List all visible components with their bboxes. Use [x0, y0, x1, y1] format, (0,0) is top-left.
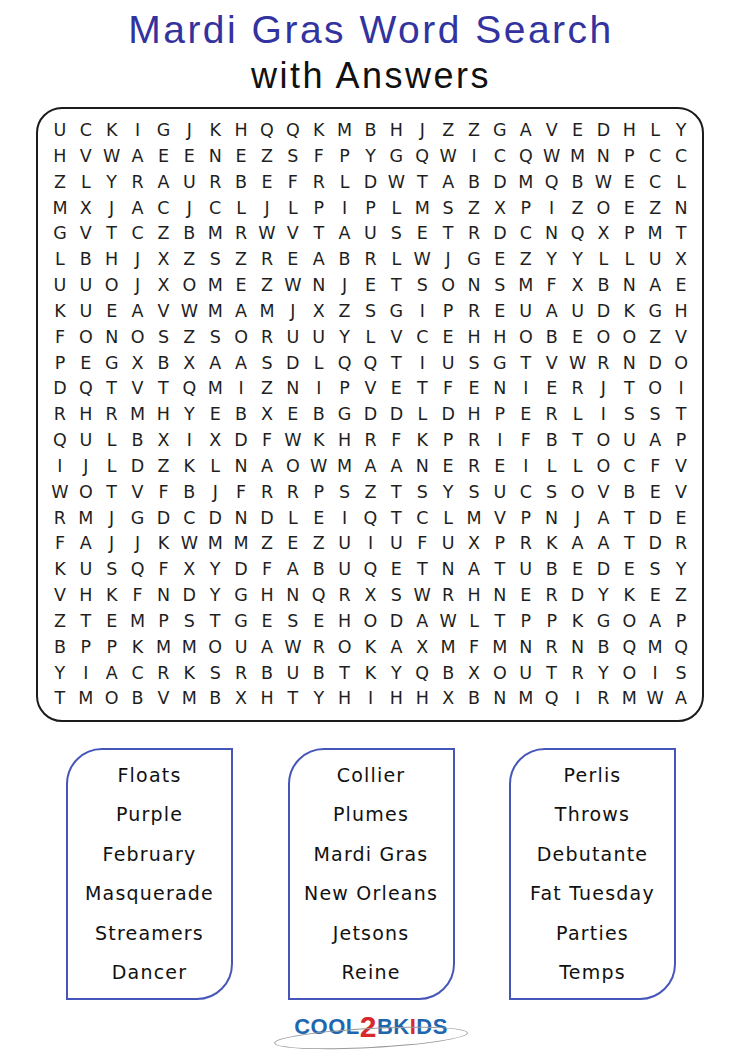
grid-cell-r16-c13: Q — [358, 505, 384, 531]
grid-cell-r1-c11: K — [306, 118, 332, 144]
grid-cell-r19-c17: H — [461, 583, 487, 609]
grid-cell-r7-c13: E — [358, 273, 384, 299]
grid-cell-r10-c24: D — [642, 350, 668, 376]
grid-cell-r20-c15: A — [409, 609, 435, 635]
grid-cell-r22-c21: R — [565, 660, 591, 686]
grid-cell-r22-c2: I — [73, 660, 99, 686]
grid-cell-r9-c1: F — [47, 325, 73, 351]
grid-cell-r20-c11: E — [306, 609, 332, 635]
grid-cell-r13-c13: R — [358, 428, 384, 454]
grid-cell-r17-c6: W — [176, 531, 202, 557]
grid-cell-r7-c19: M — [513, 273, 539, 299]
grid-cell-r23-c15: H — [409, 686, 435, 712]
grid-cell-r2-c18: C — [487, 144, 513, 170]
grid-cell-r13-c16: P — [435, 428, 461, 454]
word-list-1: FloatsPurpleFebruaryMasqueradeStreamersD… — [66, 748, 233, 1000]
grid-cell-r8-c16: P — [435, 299, 461, 325]
grid-cell-r19-c21: D — [565, 583, 591, 609]
worksheet-page: Mardi Gras Word Search with Answers UCKI… — [0, 0, 742, 1050]
grid-cell-r11-c11: I — [306, 376, 332, 402]
grid-cell-r23-c14: H — [383, 686, 409, 712]
grid-cell-r2-c4: A — [125, 144, 151, 170]
grid-cell-r12-c18: P — [487, 402, 513, 428]
grid-cell-r15-c11: P — [306, 480, 332, 506]
grid-cell-r19-c16: R — [435, 583, 461, 609]
grid-cell-r9-c18: H — [487, 325, 513, 351]
grid-cell-r17-c17: X — [461, 531, 487, 557]
grid-cell-r10-c5: B — [151, 350, 177, 376]
grid-cell-r4-c14: L — [383, 195, 409, 221]
grid-cell-r14-c8: N — [228, 454, 254, 480]
grid-cell-r13-c6: I — [176, 428, 202, 454]
grid-cell-r22-c14: Y — [383, 660, 409, 686]
grid-cell-r17-c10: E — [280, 531, 306, 557]
grid-cell-r4-c9: J — [254, 195, 280, 221]
grid-cell-r22-c23: O — [616, 660, 642, 686]
grid-cell-r2-c2: V — [73, 144, 99, 170]
grid-cell-r23-c1: T — [47, 686, 73, 712]
grid-cell-r3-c16: A — [435, 170, 461, 196]
grid-cell-r6-c12: B — [332, 247, 358, 273]
grid-cell-r16-c24: D — [642, 505, 668, 531]
grid-cell-r1-c5: G — [151, 118, 177, 144]
grid-cell-r21-c13: K — [358, 635, 384, 661]
word-item: Streamers — [70, 922, 229, 944]
word-item: Collier — [292, 764, 451, 786]
grid-cell-r13-c7: X — [202, 428, 228, 454]
grid-cell-r7-c12: J — [332, 273, 358, 299]
grid-cell-r18-c21: E — [565, 557, 591, 583]
grid-cell-r10-c6: X — [176, 350, 202, 376]
grid-cell-r16-c3: J — [99, 505, 125, 531]
grid-cell-r20-c14: D — [383, 609, 409, 635]
grid-cell-r13-c9: F — [254, 428, 280, 454]
grid-cell-r3-c4: R — [125, 170, 151, 196]
grid-cell-r7-c22: B — [590, 273, 616, 299]
grid-cell-r10-c3: G — [99, 350, 125, 376]
grid-cell-r21-c24: M — [642, 635, 668, 661]
grid-cell-r5-c24: M — [642, 221, 668, 247]
grid-cell-r6-c7: S — [202, 247, 228, 273]
grid-cell-r14-c20: L — [539, 454, 565, 480]
grid-cell-r15-c21: O — [565, 480, 591, 506]
grid-cell-r17-c23: T — [616, 531, 642, 557]
grid-cell-r18-c12: U — [332, 557, 358, 583]
grid-cell-r21-c16: M — [435, 635, 461, 661]
page-title: Mardi Gras Word Search — [0, 8, 742, 52]
grid-cell-r3-c5: A — [151, 170, 177, 196]
grid-cell-r6-c24: U — [642, 247, 668, 273]
grid-cell-r1-c20: V — [539, 118, 565, 144]
grid-cell-r18-c1: K — [47, 557, 73, 583]
grid-cell-r13-c18: I — [487, 428, 513, 454]
grid-cell-r5-c13: U — [358, 221, 384, 247]
grid-cell-r22-c9: B — [254, 660, 280, 686]
grid-cell-r12-c11: B — [306, 402, 332, 428]
grid-cell-r1-c3: K — [99, 118, 125, 144]
grid-cell-r2-c19: Q — [513, 144, 539, 170]
grid-cell-r16-c8: N — [228, 505, 254, 531]
grid-cell-r8-c15: I — [409, 299, 435, 325]
grid-cell-r14-c9: A — [254, 454, 280, 480]
grid-cell-r12-c10: E — [280, 402, 306, 428]
grid-cell-r23-c18: N — [487, 686, 513, 712]
grid-cell-r1-c22: D — [590, 118, 616, 144]
grid-cell-r11-c25: I — [668, 376, 694, 402]
grid-cell-r17-c4: J — [125, 531, 151, 557]
grid-cell-r22-c22: Y — [590, 660, 616, 686]
grid-cell-r12-c21: L — [565, 402, 591, 428]
grid-cell-r18-c11: B — [306, 557, 332, 583]
grid-cell-r15-c23: B — [616, 480, 642, 506]
grid-cell-r21-c17: F — [461, 635, 487, 661]
grid-cell-r5-c21: Q — [565, 221, 591, 247]
grid-cell-r10-c23: N — [616, 350, 642, 376]
grid-cell-r5-c23: P — [616, 221, 642, 247]
grid-cell-r11-c13: V — [358, 376, 384, 402]
grid-cell-r13-c5: X — [151, 428, 177, 454]
grid-cell-r16-c6: C — [176, 505, 202, 531]
grid-cell-r20-c1: Z — [47, 609, 73, 635]
grid-cell-r21-c15: X — [409, 635, 435, 661]
word-item: Plumes — [292, 803, 451, 825]
grid-cell-r6-c11: A — [306, 247, 332, 273]
word-item: Dancer — [70, 961, 229, 983]
grid-cell-r20-c7: T — [202, 609, 228, 635]
grid-cell-r22-c13: K — [358, 660, 384, 686]
grid-cell-r3-c8: B — [228, 170, 254, 196]
grid-cell-r20-c12: H — [332, 609, 358, 635]
grid-cell-r12-c25: T — [668, 402, 694, 428]
grid-cell-r23-c19: M — [513, 686, 539, 712]
grid-cell-r10-c20: V — [539, 350, 565, 376]
grid-cell-r23-c12: H — [332, 686, 358, 712]
grid-cell-r18-c13: Q — [358, 557, 384, 583]
grid-cell-r7-c8: E — [228, 273, 254, 299]
grid-cell-r1-c12: M — [332, 118, 358, 144]
grid-cell-r9-c10: U — [280, 325, 306, 351]
grid-cell-r6-c23: L — [616, 247, 642, 273]
grid-cell-r12-c3: R — [99, 402, 125, 428]
grid-cell-r6-c25: X — [668, 247, 694, 273]
grid-cell-r18-c8: D — [228, 557, 254, 583]
grid-cell-r6-c2: B — [73, 247, 99, 273]
grid-cell-r7-c24: A — [642, 273, 668, 299]
grid-cell-r15-c16: Y — [435, 480, 461, 506]
grid-cell-r15-c20: S — [539, 480, 565, 506]
grid-cell-r6-c19: Z — [513, 247, 539, 273]
grid-cell-r20-c20: P — [539, 609, 565, 635]
grid-cell-r1-c4: I — [125, 118, 151, 144]
grid-cell-r22-c4: C — [125, 660, 151, 686]
grid-cell-r19-c19: E — [513, 583, 539, 609]
grid-cell-r13-c3: L — [99, 428, 125, 454]
grid-cell-r4-c11: P — [306, 195, 332, 221]
grid-cell-r18-c22: D — [590, 557, 616, 583]
grid-cell-r22-c17: X — [461, 660, 487, 686]
grid-cell-r18-c17: A — [461, 557, 487, 583]
grid-cell-r1-c19: A — [513, 118, 539, 144]
grid-cell-r23-c20: Q — [539, 686, 565, 712]
grid-cell-r7-c7: M — [202, 273, 228, 299]
grid-cell-r1-c9: Q — [254, 118, 280, 144]
grid-cell-r10-c21: W — [565, 350, 591, 376]
grid-cell-r15-c5: F — [151, 480, 177, 506]
grid-cell-r7-c9: Z — [254, 273, 280, 299]
grid-cell-r14-c25: V — [668, 454, 694, 480]
grid-cell-r1-c1: U — [47, 118, 73, 144]
grid-cell-r13-c20: B — [539, 428, 565, 454]
grid-cell-r19-c12: R — [332, 583, 358, 609]
grid-cell-r22-c1: Y — [47, 660, 73, 686]
grid-cell-r15-c22: V — [590, 480, 616, 506]
grid-cell-r23-c5: V — [151, 686, 177, 712]
grid-cell-r12-c17: H — [461, 402, 487, 428]
grid-cell-r14-c24: F — [642, 454, 668, 480]
grid-cell-r8-c11: X — [306, 299, 332, 325]
grid-cell-r5-c3: T — [99, 221, 125, 247]
grid-cell-r23-c8: X — [228, 686, 254, 712]
grid-cell-r6-c16: J — [435, 247, 461, 273]
grid-cell-r8-c1: K — [47, 299, 73, 325]
grid-cell-r10-c15: I — [409, 350, 435, 376]
grid-cell-r13-c17: R — [461, 428, 487, 454]
grid-cell-r15-c13: Z — [358, 480, 384, 506]
grid-cell-r10-c11: L — [306, 350, 332, 376]
grid-cell-r21-c20: R — [539, 635, 565, 661]
grid-cell-r17-c16: U — [435, 531, 461, 557]
grid-cell-r7-c25: E — [668, 273, 694, 299]
grid-cell-r10-c2: E — [73, 350, 99, 376]
grid-cell-r23-c9: H — [254, 686, 280, 712]
grid-cell-r3-c19: M — [513, 170, 539, 196]
grid-cell-r8-c2: U — [73, 299, 99, 325]
grid-cell-r15-c15: S — [409, 480, 435, 506]
grid-cell-r1-c14: H — [383, 118, 409, 144]
grid-cell-r11-c21: R — [565, 376, 591, 402]
grid-cell-r15-c7: J — [202, 480, 228, 506]
grid-cell-r10-c19: T — [513, 350, 539, 376]
grid-cell-r23-c11: Y — [306, 686, 332, 712]
grid-cell-r23-c22: R — [590, 686, 616, 712]
grid-cell-r3-c15: T — [409, 170, 435, 196]
grid-cell-r7-c2: U — [73, 273, 99, 299]
grid-cell-r16-c25: E — [668, 505, 694, 531]
grid-cell-r7-c5: X — [151, 273, 177, 299]
grid-cell-r18-c2: U — [73, 557, 99, 583]
grid-cell-r14-c18: E — [487, 454, 513, 480]
grid-cell-r16-c2: M — [73, 505, 99, 531]
grid-cell-r10-c14: T — [383, 350, 409, 376]
grid-cell-r11-c3: T — [99, 376, 125, 402]
grid-cell-r9-c25: V — [668, 325, 694, 351]
grid-cell-r18-c24: S — [642, 557, 668, 583]
grid-cell-r2-c17: I — [461, 144, 487, 170]
grid-cell-r11-c1: D — [47, 376, 73, 402]
grid-cell-r19-c10: N — [280, 583, 306, 609]
grid-cell-r21-c10: W — [280, 635, 306, 661]
grid-cell-r4-c2: X — [73, 195, 99, 221]
grid-cell-r3-c11: R — [306, 170, 332, 196]
grid-cell-r19-c15: W — [409, 583, 435, 609]
grid-cell-r1-c25: Y — [668, 118, 694, 144]
grid-cell-r9-c2: O — [73, 325, 99, 351]
grid-cell-r8-c25: H — [668, 299, 694, 325]
grid-cell-r18-c4: Q — [125, 557, 151, 583]
grid-cell-r3-c21: B — [565, 170, 591, 196]
grid-cell-r16-c22: A — [590, 505, 616, 531]
grid-cell-r21-c18: M — [487, 635, 513, 661]
grid-cell-r8-c21: U — [565, 299, 591, 325]
grid-cell-r20-c25: P — [668, 609, 694, 635]
grid-cell-r19-c9: H — [254, 583, 280, 609]
word-item: Purple — [70, 803, 229, 825]
grid-cell-r21-c21: N — [565, 635, 591, 661]
grid-cell-r17-c2: A — [73, 531, 99, 557]
grid-cell-r8-c3: E — [99, 299, 125, 325]
grid-cell-r5-c12: A — [332, 221, 358, 247]
grid-cell-r10-c1: P — [47, 350, 73, 376]
grid-cell-r19-c11: Q — [306, 583, 332, 609]
grid-cell-r4-c13: P — [358, 195, 384, 221]
grid-cell-r17-c21: A — [565, 531, 591, 557]
grid-cell-r17-c13: I — [358, 531, 384, 557]
grid-cell-r13-c4: B — [125, 428, 151, 454]
grid-cell-r9-c9: R — [254, 325, 280, 351]
grid-cell-r19-c1: V — [47, 583, 73, 609]
word-item: Parties — [513, 922, 672, 944]
grid-cell-r22-c5: R — [151, 660, 177, 686]
word-item: Reine — [292, 961, 451, 983]
grid-cell-r4-c1: M — [47, 195, 73, 221]
grid-cell-r16-c14: T — [383, 505, 409, 531]
grid-cell-r16-c11: E — [306, 505, 332, 531]
grid-cell-r20-c17: L — [461, 609, 487, 635]
grid-cell-r18-c20: B — [539, 557, 565, 583]
grid-cell-r21-c1: B — [47, 635, 73, 661]
grid-cell-r14-c21: L — [565, 454, 591, 480]
grid-cell-r21-c4: K — [125, 635, 151, 661]
grid-cell-r23-c13: I — [358, 686, 384, 712]
grid-cell-r2-c16: W — [435, 144, 461, 170]
grid-cell-r11-c24: O — [642, 376, 668, 402]
grid-cell-r5-c25: T — [668, 221, 694, 247]
grid-cell-r15-c17: S — [461, 480, 487, 506]
grid-cell-r7-c6: O — [176, 273, 202, 299]
grid-cell-r12-c24: S — [642, 402, 668, 428]
grid-cell-r14-c17: R — [461, 454, 487, 480]
word-item: February — [70, 843, 229, 865]
grid-cell-r11-c9: Z — [254, 376, 280, 402]
grid-cell-r16-c21: J — [565, 505, 591, 531]
grid-cell-r22-c20: T — [539, 660, 565, 686]
grid-cell-r22-c18: O — [487, 660, 513, 686]
grid-cell-r6-c17: G — [461, 247, 487, 273]
grid-cell-r3-c18: D — [487, 170, 513, 196]
grid-cell-r2-c7: N — [202, 144, 228, 170]
grid-cell-r9-c5: S — [151, 325, 177, 351]
grid-cell-r4-c10: L — [280, 195, 306, 221]
grid-cell-r20-c6: S — [176, 609, 202, 635]
grid-cell-r14-c2: J — [73, 454, 99, 480]
grid-cell-r3-c7: R — [202, 170, 228, 196]
grid-cell-r21-c19: N — [513, 635, 539, 661]
grid-cell-r5-c19: C — [513, 221, 539, 247]
grid-cell-r17-c19: R — [513, 531, 539, 557]
grid-cell-r9-c17: H — [461, 325, 487, 351]
grid-cell-r11-c19: I — [513, 376, 539, 402]
grid-cell-r23-c21: I — [565, 686, 591, 712]
grid-cell-r15-c25: V — [668, 480, 694, 506]
grid-cell-r13-c2: U — [73, 428, 99, 454]
grid-cell-r19-c8: G — [228, 583, 254, 609]
grid-cell-r7-c4: J — [125, 273, 151, 299]
grid-cell-r10-c10: D — [280, 350, 306, 376]
grid-cell-r7-c3: O — [99, 273, 125, 299]
grid-cell-r16-c16: L — [435, 505, 461, 531]
grid-cell-r17-c3: J — [99, 531, 125, 557]
grid-cell-r4-c21: Z — [565, 195, 591, 221]
grid-cell-r9-c7: S — [202, 325, 228, 351]
grid-cell-r14-c3: L — [99, 454, 125, 480]
grid-cell-r7-c18: S — [487, 273, 513, 299]
grid-cell-r11-c17: E — [461, 376, 487, 402]
grid-cell-r20-c5: P — [151, 609, 177, 635]
grid-cell-r10-c9: S — [254, 350, 280, 376]
grid-cell-r1-c24: L — [642, 118, 668, 144]
grid-cell-r15-c4: V — [125, 480, 151, 506]
grid-cell-r12-c12: G — [332, 402, 358, 428]
grid-cell-r3-c2: L — [73, 170, 99, 196]
grid-cell-r14-c15: N — [409, 454, 435, 480]
grid-cell-r5-c20: N — [539, 221, 565, 247]
grid-cell-r6-c4: J — [125, 247, 151, 273]
grid-cell-r3-c20: Q — [539, 170, 565, 196]
grid-cell-r22-c6: K — [176, 660, 202, 686]
grid-cell-r10-c17: S — [461, 350, 487, 376]
grid-cell-r15-c19: C — [513, 480, 539, 506]
grid-cell-r9-c3: N — [99, 325, 125, 351]
grid-cell-r13-c22: O — [590, 428, 616, 454]
grid-cell-r20-c10: S — [280, 609, 306, 635]
grid-cell-r14-c13: A — [358, 454, 384, 480]
grid-cell-r16-c15: C — [409, 505, 435, 531]
grid-cell-r10-c16: U — [435, 350, 461, 376]
grid-cell-r17-c14: U — [383, 531, 409, 557]
grid-cell-r17-c9: Z — [254, 531, 280, 557]
grid-cell-r16-c9: D — [254, 505, 280, 531]
grid-cell-r4-c19: P — [513, 195, 539, 221]
logo-text: COOL2BKIDS — [288, 1010, 454, 1044]
grid-cell-r1-c7: K — [202, 118, 228, 144]
grid-cell-r12-c16: D — [435, 402, 461, 428]
grid-cell-r10-c8: A — [228, 350, 254, 376]
grid-cell-r23-c7: B — [202, 686, 228, 712]
grid-cell-r16-c23: T — [616, 505, 642, 531]
grid-cell-r7-c21: X — [565, 273, 591, 299]
grid-cell-r8-c23: K — [616, 299, 642, 325]
grid-cell-r20-c16: W — [435, 609, 461, 635]
grid-cell-r8-c9: M — [254, 299, 280, 325]
grid-cell-r18-c7: Y — [202, 557, 228, 583]
grid-cell-r8-c13: S — [358, 299, 384, 325]
grid-cell-r22-c3: A — [99, 660, 125, 686]
grid-cell-r8-c7: M — [202, 299, 228, 325]
grid-cell-r3-c23: E — [616, 170, 642, 196]
grid-cell-r10-c22: R — [590, 350, 616, 376]
grid-cell-r16-c7: D — [202, 505, 228, 531]
grid-cell-r2-c1: H — [47, 144, 73, 170]
